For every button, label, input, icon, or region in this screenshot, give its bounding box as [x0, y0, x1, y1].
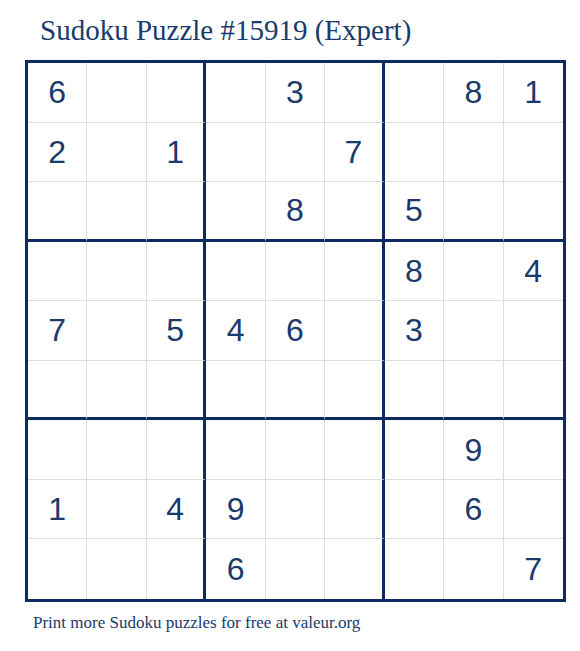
cell-r8c6 — [325, 480, 384, 540]
cell-r5c5: 6 — [266, 301, 325, 361]
cell-r7c7 — [385, 420, 444, 480]
cell-r3c3 — [147, 182, 206, 242]
cell-r2c3: 1 — [147, 123, 206, 183]
cell-r5c8 — [444, 301, 503, 361]
cell-r6c1 — [28, 361, 87, 421]
cell-r3c1 — [28, 182, 87, 242]
cell-r8c9 — [504, 480, 563, 540]
cell-r5c7: 3 — [385, 301, 444, 361]
cell-r8c4: 9 — [206, 480, 265, 540]
cell-r2c7 — [385, 123, 444, 183]
cell-r5c6 — [325, 301, 384, 361]
cell-r2c6: 7 — [325, 123, 384, 183]
cell-r7c2 — [87, 420, 146, 480]
footer-text: Print more Sudoku puzzles for free at va… — [33, 613, 360, 633]
cell-r9c7 — [385, 539, 444, 599]
cell-r3c5: 8 — [266, 182, 325, 242]
cell-r4c2 — [87, 242, 146, 302]
cell-r8c7 — [385, 480, 444, 540]
cell-r2c5 — [266, 123, 325, 183]
cell-r3c6 — [325, 182, 384, 242]
cell-r9c1 — [28, 539, 87, 599]
cell-r9c5 — [266, 539, 325, 599]
cell-r9c2 — [87, 539, 146, 599]
cell-r6c9 — [504, 361, 563, 421]
cell-r4c9: 4 — [504, 242, 563, 302]
cell-r2c8 — [444, 123, 503, 183]
cell-r1c2 — [87, 63, 146, 123]
cell-r6c6 — [325, 361, 384, 421]
cell-r5c9 — [504, 301, 563, 361]
cell-r9c4: 6 — [206, 539, 265, 599]
cell-r3c2 — [87, 182, 146, 242]
cell-r1c1: 6 — [28, 63, 87, 123]
cell-r6c4 — [206, 361, 265, 421]
cell-r4c5 — [266, 242, 325, 302]
cell-r7c1 — [28, 420, 87, 480]
cell-r3c8 — [444, 182, 503, 242]
cell-r8c3: 4 — [147, 480, 206, 540]
cell-r9c3 — [147, 539, 206, 599]
cell-r3c4 — [206, 182, 265, 242]
cell-r7c5 — [266, 420, 325, 480]
cell-r7c3 — [147, 420, 206, 480]
cell-r8c2 — [87, 480, 146, 540]
cell-r2c4 — [206, 123, 265, 183]
cell-r9c8 — [444, 539, 503, 599]
cell-r4c4 — [206, 242, 265, 302]
cell-r1c5: 3 — [266, 63, 325, 123]
cell-r1c8: 8 — [444, 63, 503, 123]
cell-r9c9: 7 — [504, 539, 563, 599]
cell-r2c2 — [87, 123, 146, 183]
cell-r6c5 — [266, 361, 325, 421]
cell-r2c1: 2 — [28, 123, 87, 183]
cell-r6c3 — [147, 361, 206, 421]
cell-r4c1 — [28, 242, 87, 302]
cell-r6c2 — [87, 361, 146, 421]
cell-r4c7: 8 — [385, 242, 444, 302]
cell-r7c6 — [325, 420, 384, 480]
cell-r4c8 — [444, 242, 503, 302]
cell-r1c4 — [206, 63, 265, 123]
cell-r5c2 — [87, 301, 146, 361]
cell-r6c7 — [385, 361, 444, 421]
page-title: Sudoku Puzzle #15919 (Expert) — [40, 14, 411, 47]
cell-r8c5 — [266, 480, 325, 540]
cell-r5c4: 4 — [206, 301, 265, 361]
cell-r1c3 — [147, 63, 206, 123]
cell-r6c8 — [444, 361, 503, 421]
cell-r1c6 — [325, 63, 384, 123]
cell-r5c3: 5 — [147, 301, 206, 361]
sudoku-page: Sudoku Puzzle #15919 (Expert) 6381217858… — [0, 0, 580, 651]
cell-r8c8: 6 — [444, 480, 503, 540]
cell-r9c6 — [325, 539, 384, 599]
sudoku-board: 63812178584754639149667 — [25, 60, 566, 602]
cell-r7c4 — [206, 420, 265, 480]
cell-r3c7: 5 — [385, 182, 444, 242]
cell-r3c9 — [504, 182, 563, 242]
cell-r4c3 — [147, 242, 206, 302]
cell-r4c6 — [325, 242, 384, 302]
cell-r2c9 — [504, 123, 563, 183]
cell-r1c7 — [385, 63, 444, 123]
cell-r1c9: 1 — [504, 63, 563, 123]
cell-r7c8: 9 — [444, 420, 503, 480]
cell-r5c1: 7 — [28, 301, 87, 361]
cell-r7c9 — [504, 420, 563, 480]
cell-r8c1: 1 — [28, 480, 87, 540]
